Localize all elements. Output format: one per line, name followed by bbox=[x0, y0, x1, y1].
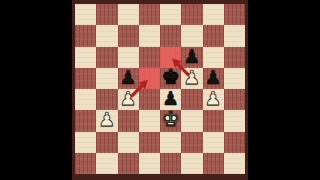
square-f8[interactable] bbox=[181, 4, 202, 25]
square-a7[interactable] bbox=[75, 25, 96, 46]
square-e6[interactable] bbox=[160, 47, 181, 68]
square-c5[interactable]: ♟ bbox=[118, 68, 139, 89]
square-b7[interactable] bbox=[96, 25, 117, 46]
square-f2[interactable] bbox=[181, 132, 202, 153]
square-g6[interactable] bbox=[203, 47, 224, 68]
square-f4[interactable] bbox=[181, 89, 202, 110]
square-c7[interactable] bbox=[118, 25, 139, 46]
square-c6[interactable] bbox=[118, 47, 139, 68]
screenshot-canvas: ♟♟♚♟♟♟♟♟♟♚ bbox=[0, 0, 320, 180]
black-king-e5[interactable]: ♚ bbox=[161, 68, 180, 88]
square-e1[interactable] bbox=[160, 153, 181, 174]
square-b2[interactable] bbox=[96, 132, 117, 153]
square-a2[interactable] bbox=[75, 132, 96, 153]
square-g8[interactable] bbox=[203, 4, 224, 25]
white-pawn-c4[interactable]: ♟ bbox=[120, 89, 137, 108]
square-a6[interactable] bbox=[75, 47, 96, 68]
square-d6[interactable] bbox=[139, 47, 160, 68]
square-f7[interactable] bbox=[181, 25, 202, 46]
black-pawn-g5[interactable]: ♟ bbox=[205, 68, 222, 87]
square-h6[interactable] bbox=[224, 47, 245, 68]
square-e3[interactable]: ♚ bbox=[160, 110, 181, 131]
square-h5[interactable] bbox=[224, 68, 245, 89]
square-d8[interactable] bbox=[139, 4, 160, 25]
square-g5[interactable]: ♟ bbox=[203, 68, 224, 89]
square-g4[interactable]: ♟ bbox=[203, 89, 224, 110]
square-h8[interactable] bbox=[224, 4, 245, 25]
square-h1[interactable] bbox=[224, 153, 245, 174]
square-b1[interactable] bbox=[96, 153, 117, 174]
square-e7[interactable] bbox=[160, 25, 181, 46]
square-g1[interactable] bbox=[203, 153, 224, 174]
square-f6[interactable]: ♟ bbox=[181, 47, 202, 68]
square-c3[interactable] bbox=[118, 110, 139, 131]
square-b3[interactable]: ♟ bbox=[96, 110, 117, 131]
square-b5[interactable] bbox=[96, 68, 117, 89]
square-h7[interactable] bbox=[224, 25, 245, 46]
chess-board-frame: ♟♟♚♟♟♟♟♟♟♚ bbox=[72, 0, 248, 180]
square-a1[interactable] bbox=[75, 153, 96, 174]
black-pawn-f6[interactable]: ♟ bbox=[183, 47, 200, 66]
square-h4[interactable] bbox=[224, 89, 245, 110]
square-g2[interactable] bbox=[203, 132, 224, 153]
white-king-e3[interactable]: ♚ bbox=[161, 110, 180, 130]
square-b8[interactable] bbox=[96, 4, 117, 25]
square-e5[interactable]: ♚ bbox=[160, 68, 181, 89]
square-g7[interactable] bbox=[203, 25, 224, 46]
square-d7[interactable] bbox=[139, 25, 160, 46]
square-d2[interactable] bbox=[139, 132, 160, 153]
square-e4[interactable]: ♟ bbox=[160, 89, 181, 110]
square-d3[interactable] bbox=[139, 110, 160, 131]
square-e2[interactable] bbox=[160, 132, 181, 153]
square-a8[interactable] bbox=[75, 4, 96, 25]
square-c2[interactable] bbox=[118, 132, 139, 153]
square-f1[interactable] bbox=[181, 153, 202, 174]
square-c4[interactable]: ♟ bbox=[118, 89, 139, 110]
square-h3[interactable] bbox=[224, 110, 245, 131]
black-pawn-c5[interactable]: ♟ bbox=[120, 68, 137, 87]
square-e8[interactable] bbox=[160, 4, 181, 25]
square-b6[interactable] bbox=[96, 47, 117, 68]
square-b4[interactable] bbox=[96, 89, 117, 110]
square-d4[interactable] bbox=[139, 89, 160, 110]
white-pawn-f5[interactable]: ♟ bbox=[183, 68, 200, 87]
black-pawn-e4[interactable]: ♟ bbox=[162, 89, 179, 108]
square-c8[interactable] bbox=[118, 4, 139, 25]
white-pawn-b3[interactable]: ♟ bbox=[98, 110, 115, 129]
square-a4[interactable] bbox=[75, 89, 96, 110]
square-d5[interactable] bbox=[139, 68, 160, 89]
square-a3[interactable] bbox=[75, 110, 96, 131]
square-c1[interactable] bbox=[118, 153, 139, 174]
square-f3[interactable] bbox=[181, 110, 202, 131]
square-g3[interactable] bbox=[203, 110, 224, 131]
square-a5[interactable] bbox=[75, 68, 96, 89]
white-pawn-g4[interactable]: ♟ bbox=[205, 89, 222, 108]
square-d1[interactable] bbox=[139, 153, 160, 174]
chess-board: ♟♟♚♟♟♟♟♟♟♚ bbox=[75, 4, 245, 174]
square-f5[interactable]: ♟ bbox=[181, 68, 202, 89]
square-h2[interactable] bbox=[224, 132, 245, 153]
